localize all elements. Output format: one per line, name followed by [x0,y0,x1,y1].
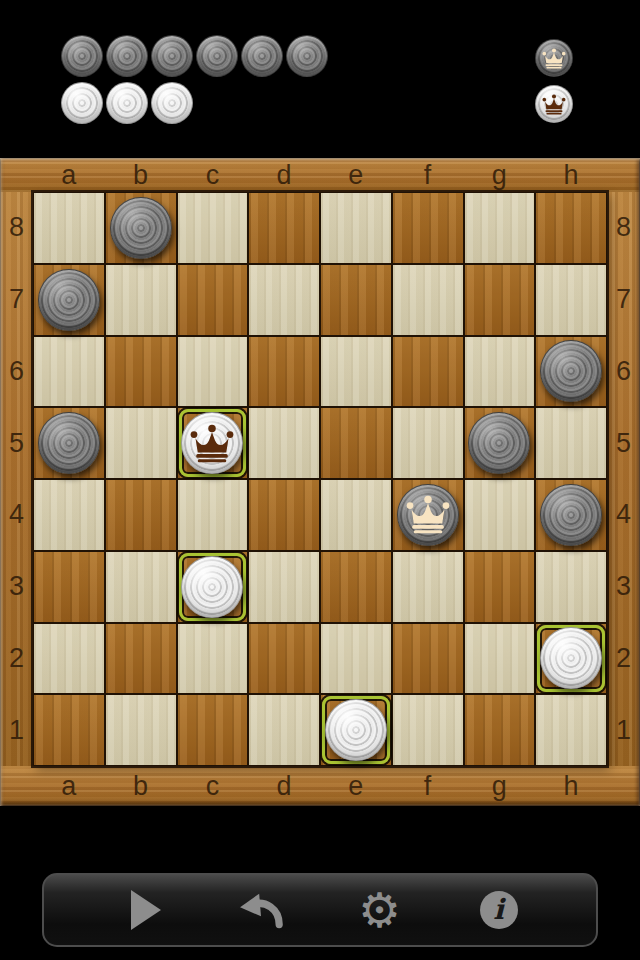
square-c8[interactable] [177,192,249,264]
square-d5[interactable] [248,407,320,479]
rank-label-3: 3 [0,551,33,623]
rank-label-8: 8 [607,192,640,264]
square-d8[interactable] [248,192,320,264]
info-button[interactable]: i [439,875,558,945]
square-h8[interactable] [535,192,607,264]
piece-dark-man-h6[interactable] [540,340,602,402]
piece-white-man-e1[interactable] [325,699,387,761]
piece-dark-man-g5[interactable] [468,412,530,474]
rank-label-2: 2 [0,623,33,695]
toolbar: ⚙ i [42,873,598,947]
square-g7[interactable] [464,264,536,336]
file-labels-bottom: abcdefgh [0,766,640,806]
crown-icon [541,94,567,115]
square-a5[interactable] [33,407,105,479]
file-label-g: g [464,771,536,802]
board-squares [33,192,607,766]
square-b3[interactable] [105,551,177,623]
square-a8[interactable] [33,192,105,264]
square-g1[interactable] [464,694,536,766]
square-h7[interactable] [535,264,607,336]
square-f4[interactable] [392,479,464,551]
square-b1[interactable] [105,694,177,766]
piece-white-man-h2[interactable] [540,627,602,689]
rank-label-1: 1 [0,694,33,766]
square-f8[interactable] [392,192,464,264]
square-b8[interactable] [105,192,177,264]
captured-dark-piece [151,35,193,77]
square-c6[interactable] [177,336,249,408]
file-label-d: d [248,771,320,802]
piece-dark-man-a5[interactable] [38,412,100,474]
captured-light-row [61,82,193,124]
file-label-f: f [392,160,464,191]
square-g6[interactable] [464,336,536,408]
piece-dark-man-h4[interactable] [540,484,602,546]
file-label-a: a [33,771,105,802]
square-f3[interactable] [392,551,464,623]
captured-dark-piece [196,35,238,77]
rank-label-3: 3 [607,551,640,623]
captured-dark-piece [61,35,103,77]
square-f5[interactable] [392,407,464,479]
file-label-b: b [105,771,177,802]
square-b6[interactable] [105,336,177,408]
square-e6[interactable] [320,336,392,408]
captured-light-piece [106,82,148,124]
file-label-b: b [105,160,177,191]
square-d2[interactable] [248,623,320,695]
captured-dark-row [61,35,328,77]
piece-white-man-c3[interactable] [181,556,243,618]
square-a7[interactable] [33,264,105,336]
file-label-g: g [464,160,536,191]
rank-label-7: 7 [0,264,33,336]
square-c5[interactable] [177,407,249,479]
square-g5[interactable] [464,407,536,479]
square-g4[interactable] [464,479,536,551]
captured-light-piece [151,82,193,124]
square-a2[interactable] [33,623,105,695]
square-e5[interactable] [320,407,392,479]
square-e7[interactable] [320,264,392,336]
rank-label-8: 8 [0,192,33,264]
app-screen: abcdefgh abcdefgh 87654321 87654321 [0,0,640,960]
square-g2[interactable] [464,623,536,695]
square-f1[interactable] [392,694,464,766]
undo-icon [237,890,285,930]
captured-light-piece [61,82,103,124]
square-e3[interactable] [320,551,392,623]
file-label-h: h [535,771,607,802]
file-label-c: c [177,771,249,802]
rank-label-6: 6 [0,336,33,408]
square-c2[interactable] [177,623,249,695]
square-b2[interactable] [105,623,177,695]
rank-label-4: 4 [607,479,640,551]
square-b4[interactable] [105,479,177,551]
white-king-indicator [535,85,573,123]
file-label-e: e [320,771,392,802]
square-a3[interactable] [33,551,105,623]
square-d3[interactable] [248,551,320,623]
rank-label-2: 2 [607,623,640,695]
square-d4[interactable] [248,479,320,551]
play-button[interactable] [82,875,201,945]
square-b7[interactable] [105,264,177,336]
settings-button[interactable]: ⚙ [320,875,439,945]
square-f7[interactable] [392,264,464,336]
square-c4[interactable] [177,479,249,551]
square-e1[interactable] [320,694,392,766]
file-label-e: e [320,160,392,191]
file-label-c: c [177,160,249,191]
rank-label-7: 7 [607,264,640,336]
square-e4[interactable] [320,479,392,551]
square-a4[interactable] [33,479,105,551]
dark-king-indicator [535,39,573,77]
square-f2[interactable] [392,623,464,695]
rank-label-4: 4 [0,479,33,551]
captured-dark-piece [286,35,328,77]
square-h6[interactable] [535,336,607,408]
checkers-board: abcdefgh abcdefgh 87654321 87654321 [0,158,640,806]
square-d6[interactable] [248,336,320,408]
square-h5[interactable] [535,407,607,479]
info-icon: i [480,891,518,929]
rank-label-1: 1 [607,694,640,766]
piece-dark-man-b8[interactable] [110,197,172,259]
captured-dark-piece [106,35,148,77]
rank-label-5: 5 [0,407,33,479]
square-h3[interactable] [535,551,607,623]
square-h4[interactable] [535,479,607,551]
square-e2[interactable] [320,623,392,695]
crown-icon [404,495,452,534]
square-e8[interactable] [320,192,392,264]
square-h2[interactable] [535,623,607,695]
rank-labels-left: 87654321 [0,192,33,766]
undo-button[interactable] [201,875,320,945]
king-indicators [535,39,573,123]
rank-label-5: 5 [607,407,640,479]
piece-dark-man-a7[interactable] [38,269,100,331]
square-b5[interactable] [105,407,177,479]
file-label-a: a [33,160,105,191]
crown-icon [188,424,236,463]
file-label-d: d [248,160,320,191]
piece-white-king-c5[interactable] [181,412,243,474]
square-a1[interactable] [33,694,105,766]
square-a6[interactable] [33,336,105,408]
square-c3[interactable] [177,551,249,623]
square-g3[interactable] [464,551,536,623]
gear-icon: ⚙ [358,886,401,934]
file-label-h: h [535,160,607,191]
square-c7[interactable] [177,264,249,336]
crown-icon [541,48,567,69]
rank-labels-right: 87654321 [607,192,640,766]
square-d1[interactable] [248,694,320,766]
square-g8[interactable] [464,192,536,264]
play-icon [131,890,161,930]
square-d7[interactable] [248,264,320,336]
piece-dark-king-f4[interactable] [397,484,459,546]
rank-label-6: 6 [607,336,640,408]
file-labels-top: abcdefgh [0,158,640,192]
square-c1[interactable] [177,694,249,766]
captured-dark-piece [241,35,283,77]
square-h1[interactable] [535,694,607,766]
square-f6[interactable] [392,336,464,408]
file-label-f: f [392,771,464,802]
